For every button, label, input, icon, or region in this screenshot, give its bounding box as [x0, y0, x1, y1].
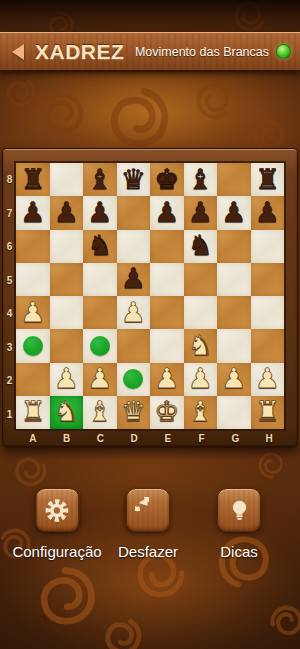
square-e3[interactable]	[150, 329, 184, 362]
rank-label-4: 4	[3, 297, 16, 331]
square-c8[interactable]: ♝	[83, 163, 117, 196]
square-c3[interactable]	[83, 329, 117, 362]
turn-status: Movimento das Brancas	[135, 44, 291, 59]
square-d6[interactable]	[117, 230, 151, 263]
square-h5[interactable]	[251, 263, 285, 296]
piece-black-rook: ♜	[20, 166, 45, 194]
back-arrow-icon[interactable]	[12, 44, 24, 60]
square-c1[interactable]: ♝	[83, 396, 117, 429]
piece-black-pawn: ♟	[255, 199, 280, 227]
square-f7[interactable]: ♟	[184, 196, 218, 229]
square-d7[interactable]	[117, 196, 151, 229]
square-d4[interactable]: ♟	[117, 296, 151, 329]
square-c7[interactable]: ♟	[83, 196, 117, 229]
move-hint-dot	[123, 369, 143, 389]
piece-white-pawn: ♟	[188, 365, 213, 393]
square-g3[interactable]	[217, 329, 251, 362]
square-c5[interactable]	[83, 263, 117, 296]
rank-label-2: 2	[3, 364, 16, 398]
square-b5[interactable]	[50, 263, 84, 296]
piece-white-bishop: ♝	[188, 398, 213, 426]
piece-white-pawn: ♟	[121, 299, 146, 327]
rank-labels: 87654321	[3, 163, 16, 431]
piece-white-king: ♚	[154, 398, 179, 426]
square-g2[interactable]: ♟	[217, 363, 251, 396]
file-label-h: H	[252, 429, 286, 447]
square-f5[interactable]	[184, 263, 218, 296]
square-c6[interactable]: ♞	[83, 230, 117, 263]
square-a3[interactable]	[16, 329, 50, 362]
undo-button[interactable]	[126, 488, 170, 532]
square-a2[interactable]	[16, 363, 50, 396]
square-f1[interactable]: ♝	[184, 396, 218, 429]
undo-tool: Desfazer	[118, 488, 178, 560]
gear-icon	[43, 497, 70, 524]
square-h3[interactable]	[251, 329, 285, 362]
undo-icon	[135, 497, 162, 524]
square-a7[interactable]: ♟	[16, 196, 50, 229]
piece-black-knight: ♞	[188, 232, 213, 260]
square-e6[interactable]	[150, 230, 184, 263]
piece-white-pawn: ♟	[87, 365, 112, 393]
square-e2[interactable]: ♟	[150, 363, 184, 396]
file-label-c: C	[84, 429, 118, 447]
rank-label-5: 5	[3, 264, 16, 298]
piece-black-pawn: ♟	[121, 265, 146, 293]
piece-white-knight: ♞	[188, 332, 213, 360]
piece-black-bishop: ♝	[188, 166, 213, 194]
file-label-d: D	[117, 429, 151, 447]
hints-tool: Dicas	[217, 488, 261, 560]
undo-label: Desfazer	[118, 543, 178, 560]
square-e5[interactable]	[150, 263, 184, 296]
square-f2[interactable]: ♟	[184, 363, 218, 396]
piece-white-queen: ♛	[121, 398, 146, 426]
square-a5[interactable]	[16, 263, 50, 296]
piece-white-pawn: ♟	[255, 365, 280, 393]
square-g1[interactable]	[217, 396, 251, 429]
rank-label-6: 6	[3, 230, 16, 264]
square-e4[interactable]	[150, 296, 184, 329]
square-g7[interactable]: ♟	[217, 196, 251, 229]
square-f6[interactable]: ♞	[184, 230, 218, 263]
square-d2[interactable]	[117, 363, 151, 396]
rank-label-7: 7	[3, 197, 16, 231]
square-h6[interactable]	[251, 230, 285, 263]
piece-black-pawn: ♟	[154, 199, 179, 227]
rank-label-3: 3	[3, 331, 16, 365]
square-f8[interactable]: ♝	[184, 163, 218, 196]
piece-black-pawn: ♟	[20, 199, 45, 227]
app-title[interactable]: XADREZ	[35, 40, 124, 64]
hints-button[interactable]	[217, 488, 261, 532]
square-a4[interactable]: ♟	[16, 296, 50, 329]
piece-white-pawn: ♟	[20, 299, 45, 327]
square-f3[interactable]: ♞	[184, 329, 218, 362]
square-b1[interactable]: ♞	[50, 396, 84, 429]
piece-black-bishop: ♝	[87, 166, 112, 194]
square-a6[interactable]	[16, 230, 50, 263]
turn-status-text: Movimento das Brancas	[135, 45, 269, 59]
square-e1[interactable]: ♚	[150, 396, 184, 429]
piece-black-rook: ♜	[255, 166, 280, 194]
move-hint-dot	[90, 336, 110, 356]
square-e8[interactable]: ♚	[150, 163, 184, 196]
chess-app-screen: XADREZ Movimento das Brancas 87654321 ♜♝…	[0, 0, 300, 649]
settings-button[interactable]	[35, 488, 79, 532]
square-d8[interactable]: ♛	[117, 163, 151, 196]
square-b8[interactable]	[50, 163, 84, 196]
square-d1[interactable]: ♛	[117, 396, 151, 429]
lightbulb-icon	[226, 497, 253, 524]
square-d5[interactable]: ♟	[117, 263, 151, 296]
square-h1[interactable]: ♜	[251, 396, 285, 429]
piece-black-king: ♚	[154, 166, 179, 194]
rank-label-8: 8	[3, 163, 16, 197]
square-b4[interactable]	[50, 296, 84, 329]
square-h8[interactable]: ♜	[251, 163, 285, 196]
square-h7[interactable]: ♟	[251, 196, 285, 229]
header-bar: XADREZ Movimento das Brancas	[0, 32, 300, 72]
status-bar-strip	[0, 0, 300, 32]
piece-black-pawn: ♟	[54, 199, 79, 227]
square-h2[interactable]: ♟	[251, 363, 285, 396]
square-h4[interactable]	[251, 296, 285, 329]
settings-tool: Configuração	[12, 488, 101, 560]
square-d3[interactable]	[117, 329, 151, 362]
square-c2[interactable]: ♟	[83, 363, 117, 396]
piece-black-knight: ♞	[87, 232, 112, 260]
piece-white-pawn: ♟	[221, 365, 246, 393]
square-b2[interactable]: ♟	[50, 363, 84, 396]
file-label-a: A	[16, 429, 50, 447]
piece-white-pawn: ♟	[54, 365, 79, 393]
square-b7[interactable]: ♟	[50, 196, 84, 229]
piece-white-knight: ♞	[54, 398, 79, 426]
square-a8[interactable]: ♜	[16, 163, 50, 196]
settings-label: Configuração	[12, 543, 101, 560]
move-hint-dot	[23, 336, 43, 356]
file-label-e: E	[151, 429, 185, 447]
square-b3[interactable]	[50, 329, 84, 362]
piece-white-pawn: ♟	[154, 365, 179, 393]
file-labels: ABCDEFGH	[16, 429, 286, 447]
square-f4[interactable]	[184, 296, 218, 329]
piece-black-queen: ♛	[121, 166, 146, 194]
piece-black-pawn: ♟	[87, 199, 112, 227]
piece-white-rook: ♜	[255, 398, 280, 426]
square-e7[interactable]: ♟	[150, 196, 184, 229]
piece-black-pawn: ♟	[188, 199, 213, 227]
file-label-f: F	[185, 429, 219, 447]
hints-label: Dicas	[217, 543, 261, 560]
square-g4[interactable]	[217, 296, 251, 329]
square-b6[interactable]	[50, 230, 84, 263]
chess-board: 87654321 ♜♝♛♚♝♜♟♟♟♟♟♟♟♞♞♟♟♟♞♟♟♟♟♟♟♜♞♝♛♚♝…	[2, 148, 298, 448]
square-g8[interactable]	[217, 163, 251, 196]
turn-indicator-led	[276, 44, 291, 59]
piece-white-rook: ♜	[20, 398, 45, 426]
square-g5[interactable]	[217, 263, 251, 296]
square-a1[interactable]: ♜	[16, 396, 50, 429]
piece-white-bishop: ♝	[87, 398, 112, 426]
rank-label-1: 1	[3, 398, 16, 432]
square-c4[interactable]	[83, 296, 117, 329]
square-g6[interactable]	[217, 230, 251, 263]
board-grid: ♜♝♛♚♝♜♟♟♟♟♟♟♟♞♞♟♟♟♞♟♟♟♟♟♟♜♞♝♛♚♝♜	[16, 163, 284, 429]
file-label-g: G	[219, 429, 253, 447]
piece-black-pawn: ♟	[221, 199, 246, 227]
file-label-b: B	[50, 429, 84, 447]
